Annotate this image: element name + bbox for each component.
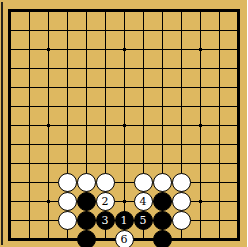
stone-white: [77, 173, 96, 192]
stone-white: [172, 173, 191, 192]
stone-white: [58, 173, 77, 192]
stone-white: [58, 211, 77, 230]
stone-black: [153, 230, 172, 247]
go-board-diagram: 243156: [0, 0, 247, 247]
go-board: 243156: [0, 0, 247, 247]
stone-black: [153, 192, 172, 211]
stone-white: [96, 173, 115, 192]
stone-black: [77, 192, 96, 211]
stone-black: [77, 230, 96, 247]
move-number-label: 1: [121, 215, 128, 226]
stone-black-move-5: 5: [134, 211, 153, 230]
stone-white-move-6: 6: [115, 230, 134, 247]
stone-black-move-1: 1: [115, 211, 134, 230]
move-number-label: 2: [102, 196, 109, 207]
stone-white: [134, 173, 153, 192]
move-number-label: 3: [102, 215, 109, 226]
stone-white-move-4: 4: [134, 192, 153, 211]
stone-black-move-3: 3: [96, 211, 115, 230]
stone-white: [153, 173, 172, 192]
stone-black: [153, 211, 172, 230]
stone-white-move-2: 2: [96, 192, 115, 211]
move-number-label: 6: [121, 234, 128, 245]
move-number-label: 4: [140, 196, 147, 207]
stone-white: [172, 211, 191, 230]
stones-layer: 243156: [1, 2, 248, 247]
stone-white: [58, 192, 77, 211]
stone-white: [172, 192, 191, 211]
stone-black: [77, 211, 96, 230]
move-number-label: 5: [140, 215, 147, 226]
